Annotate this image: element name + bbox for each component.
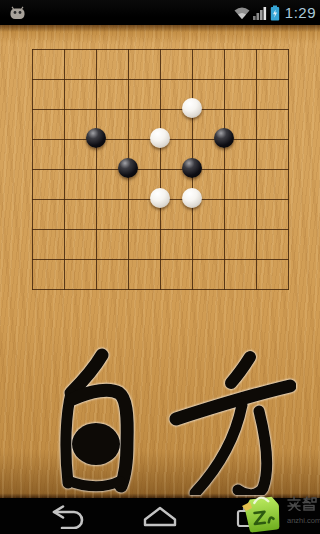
point-7-1[interactable] [240,64,272,94]
point-1-6[interactable] [48,214,80,244]
point-8-7[interactable] [272,244,304,274]
point-1-7[interactable] [48,244,80,274]
point-8-4[interactable] [272,154,304,184]
point-2-0[interactable] [80,34,112,64]
home-icon [141,504,179,528]
point-4-6[interactable] [144,214,176,244]
point-1-4[interactable] [48,154,80,184]
turn-banner: 白方 [28,345,296,495]
point-6-8[interactable] [208,274,240,304]
clock: 1:29 [283,4,316,21]
wooden-table: 白方 [0,25,320,498]
point-1-1[interactable] [48,64,80,94]
point-5-4[interactable] [176,154,208,184]
white-stone [150,128,170,148]
black-stone [86,128,106,148]
point-5-7[interactable] [176,244,208,274]
point-0-6[interactable] [16,214,48,244]
point-0-0[interactable] [16,34,48,64]
point-6-6[interactable] [208,214,240,244]
white-stone [150,188,170,208]
point-4-3[interactable] [144,124,176,154]
point-8-5[interactable] [272,184,304,214]
point-5-0[interactable] [176,34,208,64]
point-2-2[interactable] [80,94,112,124]
point-0-5[interactable] [16,184,48,214]
white-stone [182,188,202,208]
point-2-4[interactable] [80,154,112,184]
anzhi-cn-logo [287,496,317,511]
point-5-6[interactable] [176,214,208,244]
anzhi-bag-icon [240,492,286,534]
point-4-8[interactable] [144,274,176,304]
point-1-5[interactable] [48,184,80,214]
point-6-1[interactable] [208,64,240,94]
point-0-2[interactable] [16,94,48,124]
point-5-2[interactable] [176,94,208,124]
point-4-7[interactable] [144,244,176,274]
point-1-2[interactable] [48,94,80,124]
point-1-3[interactable] [48,124,80,154]
point-7-2[interactable] [240,94,272,124]
point-2-3[interactable] [80,124,112,154]
point-4-0[interactable] [144,34,176,64]
point-0-4[interactable] [16,154,48,184]
back-button[interactable] [37,498,97,534]
point-6-2[interactable] [208,94,240,124]
home-button[interactable] [130,498,190,534]
point-7-8[interactable] [240,274,272,304]
point-1-8[interactable] [48,274,80,304]
anzhi-domain: anzhi.com [287,516,319,525]
point-2-8[interactable] [80,274,112,304]
point-4-5[interactable] [144,184,176,214]
point-8-8[interactable] [272,274,304,304]
point-8-3[interactable] [272,124,304,154]
point-3-5[interactable] [112,184,144,214]
banner-calligraphy [28,345,296,495]
point-2-1[interactable] [80,64,112,94]
point-3-0[interactable] [112,34,144,64]
point-7-4[interactable] [240,154,272,184]
point-7-6[interactable] [240,214,272,244]
point-0-7[interactable] [16,244,48,274]
point-3-7[interactable] [112,244,144,274]
point-2-7[interactable] [80,244,112,274]
point-7-0[interactable] [240,34,272,64]
point-6-7[interactable] [208,244,240,274]
black-stone [182,158,202,178]
point-8-2[interactable] [272,94,304,124]
point-4-2[interactable] [144,94,176,124]
board-grid [16,34,304,304]
anzhi-watermark: anzhi.com [240,492,320,534]
point-6-3[interactable] [208,124,240,154]
white-stone [182,98,202,118]
point-6-4[interactable] [208,154,240,184]
battery-charging-icon [270,5,280,21]
point-5-3[interactable] [176,124,208,154]
point-0-8[interactable] [16,274,48,304]
point-6-5[interactable] [208,184,240,214]
point-3-4[interactable] [112,154,144,184]
signal-strength-icon [253,6,267,20]
point-0-1[interactable] [16,64,48,94]
point-5-1[interactable] [176,64,208,94]
point-2-6[interactable] [80,214,112,244]
point-7-7[interactable] [240,244,272,274]
point-1-0[interactable] [48,34,80,64]
black-stone [118,158,138,178]
point-7-3[interactable] [240,124,272,154]
phone-screen: 1:29 白方 [0,0,320,534]
status-bar: 1:29 [0,0,320,25]
point-3-8[interactable] [112,274,144,304]
point-3-6[interactable] [112,214,144,244]
point-5-5[interactable] [176,184,208,214]
point-2-5[interactable] [80,184,112,214]
point-8-6[interactable] [272,214,304,244]
black-stone [214,128,234,148]
back-icon [48,503,86,529]
usb-debug-droid-icon [9,6,26,20]
point-8-0[interactable] [272,34,304,64]
point-6-0[interactable] [208,34,240,64]
point-3-3[interactable] [112,124,144,154]
point-5-8[interactable] [176,274,208,304]
wifi-icon [234,6,250,20]
point-0-3[interactable] [16,124,48,154]
android-nav-bar: anzhi.com [0,498,320,534]
point-3-2[interactable] [112,94,144,124]
point-4-4[interactable] [144,154,176,184]
point-7-5[interactable] [240,184,272,214]
point-4-1[interactable] [144,64,176,94]
point-8-1[interactable] [272,64,304,94]
point-3-1[interactable] [112,64,144,94]
